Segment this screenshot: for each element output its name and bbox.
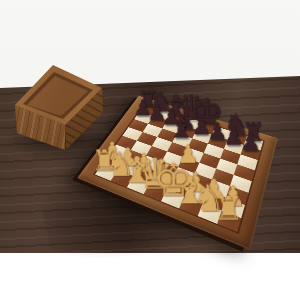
perspective-wrapper: ♜♞♝♛♚♞♜♟♟♟♟♟♟♟♟♝♟♟♟♟♟♟♟♟♜♞♝♛♚♝♞♜ — [0, 0, 300, 300]
board-grid — [95, 104, 263, 232]
chess-board: ♜♞♝♛♚♞♜♟♟♟♟♟♟♟♟♝♟♟♟♟♟♟♟♟♜♞♝♛♚♝♞♜ — [77, 96, 277, 250]
scene: ♜♞♝♛♚♞♜♟♟♟♟♟♟♟♟♝♟♟♟♟♟♟♟♟♜♞♝♛♚♝♞♜ — [0, 0, 300, 300]
